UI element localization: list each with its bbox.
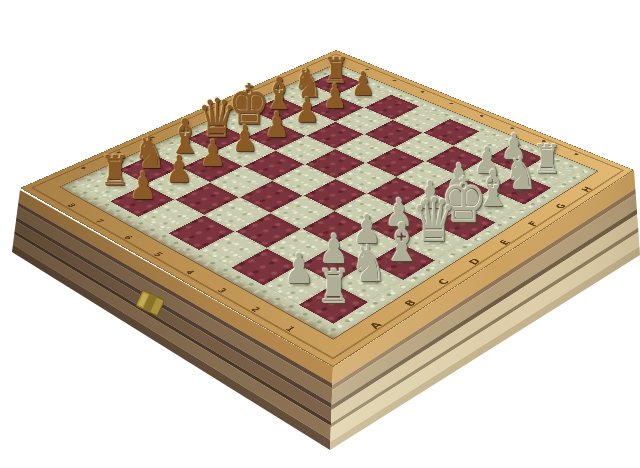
product-photo: A1B2C3D4E5F6G7H8 ♜♞♝♛♚♝♞♜♟♟♟♟♟♟♟♟♟♟♟♟♟♟♟… (0, 0, 640, 468)
piece-black-pawn[interactable]: ♟ (199, 136, 226, 173)
piece-black-pawn[interactable]: ♟ (323, 80, 348, 114)
piece-black-pawn[interactable]: ♟ (232, 121, 258, 157)
piece-black-pawn[interactable]: ♟ (294, 93, 319, 128)
piece-black-pawn[interactable]: ♟ (129, 168, 157, 206)
piece-black-pawn[interactable]: ♟ (165, 152, 193, 190)
piece-white-rook[interactable]: ♜ (316, 263, 351, 310)
piece-black-pawn[interactable]: ♟ (264, 107, 290, 142)
piece-black-rook[interactable]: ♜ (99, 150, 130, 192)
piece-white-pawn[interactable]: ♟ (283, 249, 314, 291)
piece-white-bishop[interactable]: ♝ (382, 216, 421, 270)
piece-black-pawn[interactable]: ♟ (351, 67, 375, 100)
piece-white-knight[interactable]: ♞ (350, 239, 387, 289)
